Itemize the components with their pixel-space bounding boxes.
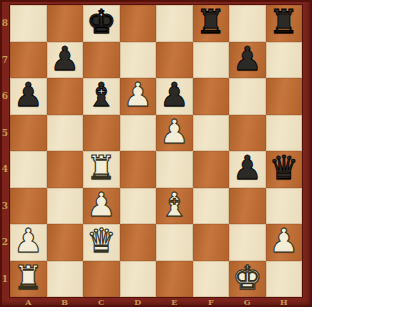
square-c4[interactable]: ♜ [83, 151, 120, 188]
square-e3[interactable]: ♝ [156, 188, 193, 225]
square-b1[interactable] [47, 261, 84, 298]
square-e5[interactable]: ♟ [156, 115, 193, 152]
square-f4[interactable] [193, 151, 230, 188]
square-a6[interactable]: ♟ [10, 78, 47, 115]
square-b6[interactable] [47, 78, 84, 115]
file-label-d: D [120, 296, 157, 307]
square-d3[interactable] [120, 188, 157, 225]
piece-black-pawn: ♟ [232, 41, 262, 78]
square-g1[interactable]: ♚ [229, 261, 266, 298]
square-f2[interactable] [193, 224, 230, 261]
square-g8[interactable] [229, 5, 266, 42]
piece-white-queen: ♛ [86, 223, 116, 260]
square-b8[interactable] [47, 5, 84, 42]
square-h4[interactable]: ♛ [266, 151, 303, 188]
square-a2[interactable]: ♟ [10, 224, 47, 261]
square-b2[interactable] [47, 224, 84, 261]
piece-black-pawn: ♟ [232, 150, 262, 187]
square-h1[interactable] [266, 261, 303, 298]
square-g4[interactable]: ♟ [229, 151, 266, 188]
square-e7[interactable] [156, 42, 193, 79]
square-f7[interactable] [193, 42, 230, 79]
piece-black-pawn: ♟ [159, 77, 189, 114]
square-h6[interactable] [266, 78, 303, 115]
file-label-c: C [83, 296, 120, 307]
piece-black-rook: ♜ [269, 4, 299, 41]
square-a7[interactable] [10, 42, 47, 79]
square-b3[interactable] [47, 188, 84, 225]
file-label-f: F [193, 296, 230, 307]
square-f8[interactable]: ♜ [193, 5, 230, 42]
rank-label-7: 7 [0, 42, 10, 79]
piece-white-pawn: ♟ [86, 187, 116, 224]
chess-board: ♚♜♜♟♟♟♝♟♟♟♜♟♛♟♝♟♛♟♜♚ [10, 5, 302, 297]
file-label-a: A [10, 296, 47, 307]
square-a4[interactable] [10, 151, 47, 188]
square-h7[interactable] [266, 42, 303, 79]
square-h2[interactable]: ♟ [266, 224, 303, 261]
square-e6[interactable]: ♟ [156, 78, 193, 115]
square-b7[interactable]: ♟ [47, 42, 84, 79]
piece-black-pawn: ♟ [13, 77, 43, 114]
square-h8[interactable]: ♜ [266, 5, 303, 42]
rank-label-1: 1 [0, 261, 10, 298]
square-c7[interactable] [83, 42, 120, 79]
square-d4[interactable] [120, 151, 157, 188]
piece-white-rook: ♜ [13, 260, 43, 297]
file-label-g: G [229, 296, 266, 307]
square-d7[interactable] [120, 42, 157, 79]
square-f6[interactable] [193, 78, 230, 115]
piece-black-king: ♚ [86, 4, 116, 41]
square-h5[interactable] [266, 115, 303, 152]
piece-white-rook: ♜ [86, 150, 116, 187]
piece-black-rook: ♜ [196, 4, 226, 41]
file-label-b: B [47, 296, 84, 307]
piece-white-pawn: ♟ [123, 77, 153, 114]
square-a8[interactable] [10, 5, 47, 42]
square-c2[interactable]: ♛ [83, 224, 120, 261]
square-g7[interactable]: ♟ [229, 42, 266, 79]
square-d5[interactable] [120, 115, 157, 152]
square-d6[interactable]: ♟ [120, 78, 157, 115]
file-label-e: E [156, 296, 193, 307]
rank-label-4: 4 [0, 151, 10, 188]
piece-white-pawn: ♟ [159, 114, 189, 151]
rank-label-5: 5 [0, 115, 10, 152]
rank-labels: 87654321 [0, 5, 10, 297]
square-e1[interactable] [156, 261, 193, 298]
square-c8[interactable]: ♚ [83, 5, 120, 42]
square-c6[interactable]: ♝ [83, 78, 120, 115]
piece-black-queen: ♛ [269, 150, 299, 187]
square-g3[interactable] [229, 188, 266, 225]
square-g6[interactable] [229, 78, 266, 115]
rank-label-2: 2 [0, 224, 10, 261]
piece-black-bishop: ♝ [86, 77, 116, 114]
chess-board-frame: 87654321 ♚♜♜♟♟♟♝♟♟♟♜♟♛♟♝♟♛♟♜♚ ABCDEFGH [0, 0, 312, 307]
square-d2[interactable] [120, 224, 157, 261]
piece-white-pawn: ♟ [269, 223, 299, 260]
square-e8[interactable] [156, 5, 193, 42]
piece-white-king: ♚ [232, 260, 262, 297]
square-c1[interactable] [83, 261, 120, 298]
square-c3[interactable]: ♟ [83, 188, 120, 225]
square-h3[interactable] [266, 188, 303, 225]
square-a5[interactable] [10, 115, 47, 152]
square-d8[interactable] [120, 5, 157, 42]
file-labels: ABCDEFGH [10, 296, 302, 307]
square-b5[interactable] [47, 115, 84, 152]
square-g2[interactable] [229, 224, 266, 261]
piece-white-pawn: ♟ [13, 223, 43, 260]
page-background: { "game": "chess", "position": { "fen": … [0, 0, 414, 311]
rank-label-6: 6 [0, 78, 10, 115]
square-c5[interactable] [83, 115, 120, 152]
rank-label-3: 3 [0, 188, 10, 225]
square-d1[interactable] [120, 261, 157, 298]
piece-white-bishop: ♝ [159, 187, 189, 224]
square-g5[interactable] [229, 115, 266, 152]
rank-label-8: 8 [0, 5, 10, 42]
square-f1[interactable] [193, 261, 230, 298]
square-a3[interactable] [10, 188, 47, 225]
square-a1[interactable]: ♜ [10, 261, 47, 298]
square-b4[interactable] [47, 151, 84, 188]
square-f3[interactable] [193, 188, 230, 225]
square-e2[interactable] [156, 224, 193, 261]
square-e4[interactable] [156, 151, 193, 188]
piece-black-pawn: ♟ [50, 41, 80, 78]
square-f5[interactable] [193, 115, 230, 152]
file-label-h: H [266, 296, 303, 307]
